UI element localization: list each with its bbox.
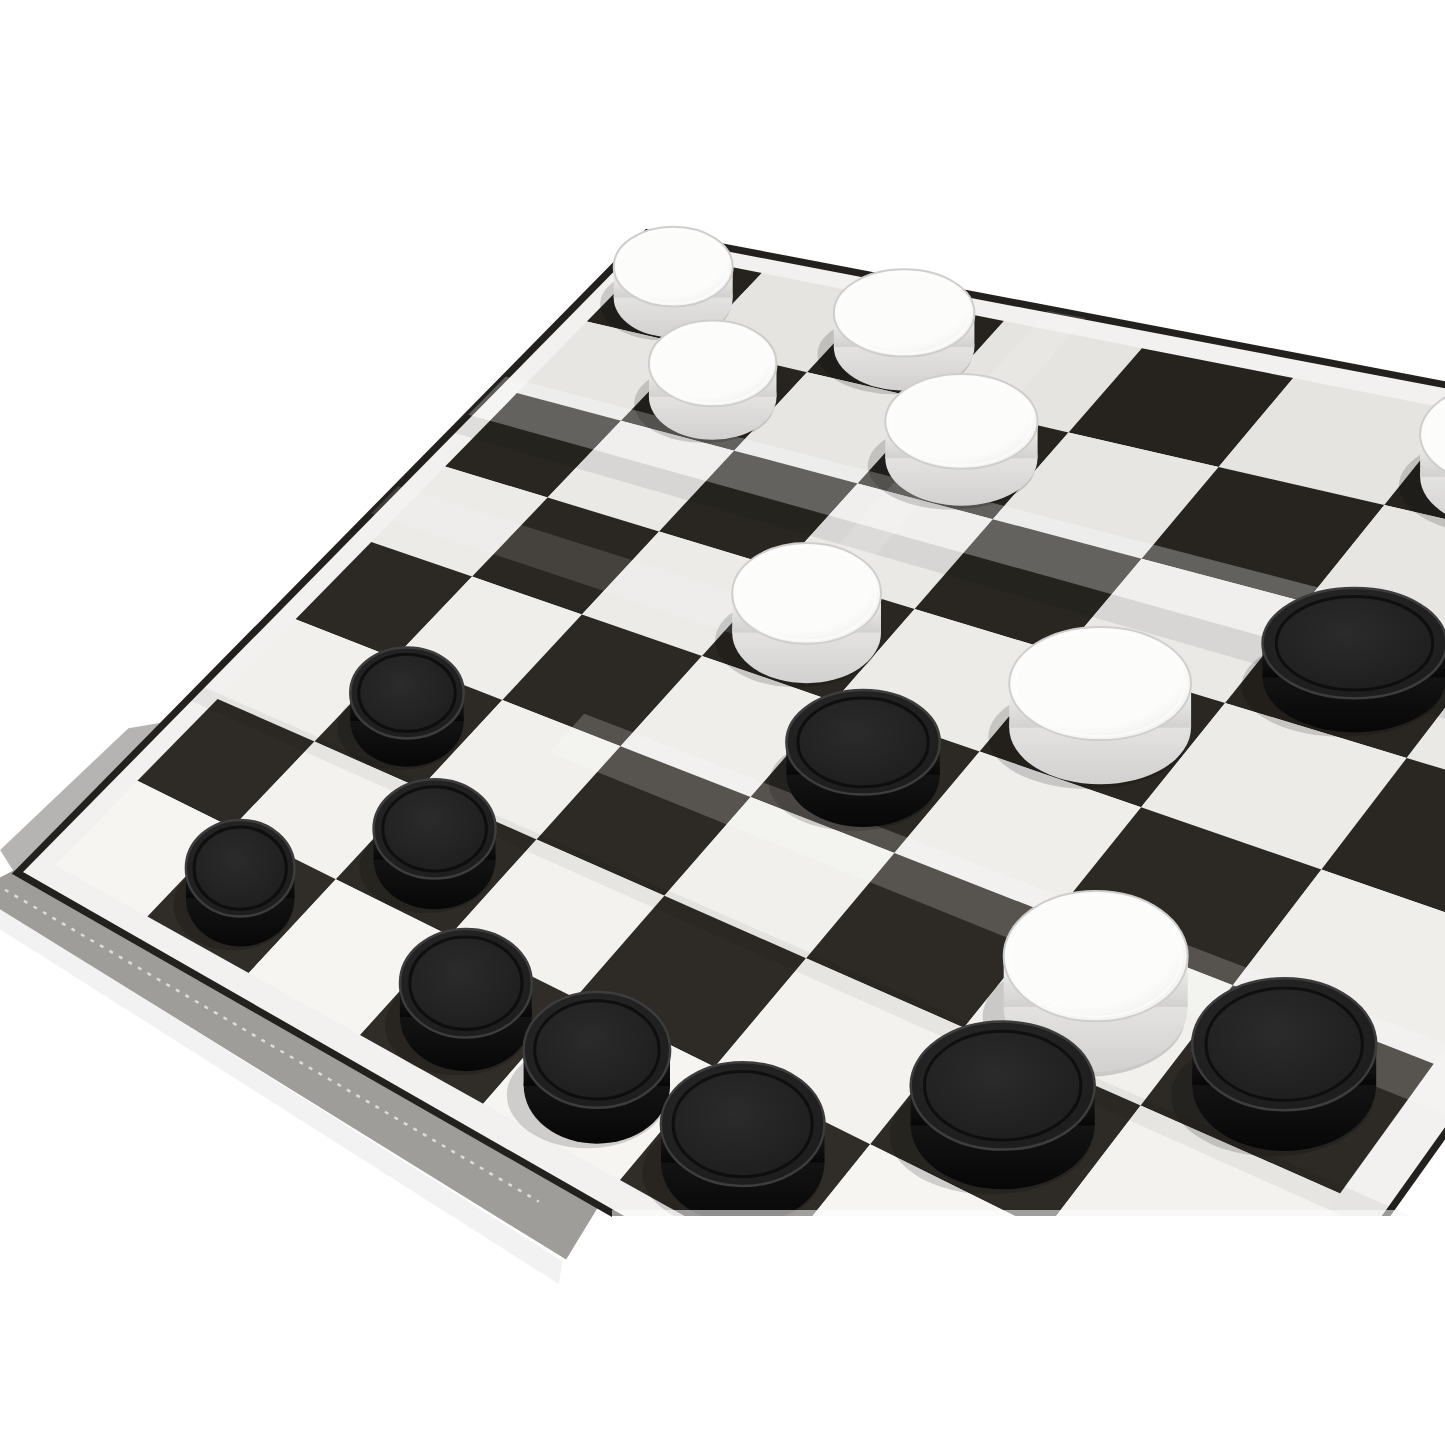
piece-top	[1192, 978, 1376, 1110]
piece-top	[661, 1062, 825, 1186]
piece-top	[786, 690, 939, 794]
product-photo: Overhead-angle product photo of a giant …	[0, 0, 1445, 1445]
piece-top	[1004, 891, 1188, 1021]
piece-top	[374, 779, 496, 878]
piece-top	[885, 374, 1037, 469]
piece-top	[614, 227, 733, 307]
piece-top	[524, 992, 670, 1108]
piece-top	[732, 543, 881, 644]
checkers-board-photo	[0, 0, 1445, 1445]
photo-crop-fade	[612, 1210, 1445, 1218]
piece-top	[1009, 627, 1191, 740]
piece-top	[649, 321, 777, 407]
piece-top	[350, 647, 463, 738]
piece-top	[911, 1022, 1095, 1150]
piece-top	[1263, 588, 1445, 698]
piece-top	[400, 929, 532, 1038]
photo-crop-edge	[612, 1216, 1445, 1445]
piece-top	[186, 820, 295, 917]
piece-top	[834, 269, 975, 356]
